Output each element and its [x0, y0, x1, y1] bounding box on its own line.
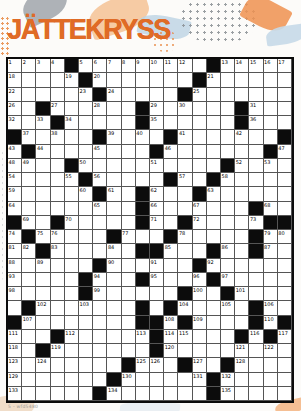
grid-cell[interactable]: [22, 116, 36, 130]
grid-cell[interactable]: [264, 259, 278, 273]
grid-cell[interactable]: 3: [36, 59, 50, 73]
grid-cell[interactable]: 92: [207, 259, 221, 273]
grid-cell[interactable]: [193, 102, 207, 116]
grid-cell[interactable]: [107, 173, 121, 187]
grid-cell[interactable]: [107, 159, 121, 173]
grid-cell[interactable]: [22, 202, 36, 216]
grid-cell[interactable]: [235, 88, 249, 102]
grid-cell[interactable]: 21: [207, 73, 221, 87]
grid-cell[interactable]: 73: [249, 216, 263, 230]
grid-cell[interactable]: [264, 387, 278, 401]
grid-cell[interactable]: 16: [264, 59, 278, 73]
grid-cell[interactable]: [178, 187, 192, 201]
grid-cell[interactable]: [65, 130, 79, 144]
grid-cell[interactable]: 49: [22, 159, 36, 173]
grid-cell[interactable]: 50: [79, 159, 93, 173]
grid-cell[interactable]: 79: [264, 230, 278, 244]
grid-cell[interactable]: [36, 187, 50, 201]
grid-cell[interactable]: 67: [193, 202, 207, 216]
grid-cell[interactable]: 33: [36, 116, 50, 130]
grid-cell[interactable]: [122, 187, 136, 201]
grid-cell[interactable]: [207, 159, 221, 173]
grid-cell[interactable]: 70: [65, 216, 79, 230]
grid-cell[interactable]: [122, 159, 136, 173]
grid-cell[interactable]: 68: [264, 202, 278, 216]
grid-cell[interactable]: [122, 216, 136, 230]
grid-cell[interactable]: [122, 259, 136, 273]
grid-cell[interactable]: 69: [22, 216, 36, 230]
grid-cell[interactable]: [264, 130, 278, 144]
grid-cell[interactable]: [36, 273, 50, 287]
grid-cell[interactable]: 116: [249, 330, 263, 344]
grid-cell[interactable]: [164, 287, 178, 301]
grid-cell[interactable]: [65, 202, 79, 216]
grid-cell[interactable]: [278, 373, 292, 387]
grid-cell[interactable]: 53: [264, 159, 278, 173]
grid-cell[interactable]: [65, 145, 79, 159]
grid-cell[interactable]: [36, 73, 50, 87]
grid-cell[interactable]: [122, 102, 136, 116]
grid-cell[interactable]: 10: [150, 59, 164, 73]
grid-cell[interactable]: [178, 373, 192, 387]
grid-cell[interactable]: [249, 387, 263, 401]
grid-cell[interactable]: 40: [136, 130, 150, 144]
grid-cell[interactable]: 58: [221, 173, 235, 187]
grid-cell[interactable]: [79, 316, 93, 330]
grid-cell[interactable]: 7: [107, 59, 121, 73]
grid-cell[interactable]: 55: [65, 173, 79, 187]
grid-cell[interactable]: [278, 73, 292, 87]
grid-cell[interactable]: [193, 244, 207, 258]
grid-cell[interactable]: [278, 102, 292, 116]
grid-cell[interactable]: [235, 373, 249, 387]
grid-cell[interactable]: [207, 102, 221, 116]
grid-cell[interactable]: 71: [150, 216, 164, 230]
grid-cell[interactable]: [51, 373, 65, 387]
grid-cell[interactable]: [93, 116, 107, 130]
grid-cell[interactable]: 72: [193, 216, 207, 230]
grid-cell[interactable]: [221, 230, 235, 244]
grid-cell[interactable]: [278, 387, 292, 401]
grid-cell[interactable]: [36, 316, 50, 330]
grid-cell[interactable]: [107, 358, 121, 372]
grid-cell[interactable]: [235, 316, 249, 330]
grid-cell[interactable]: [221, 116, 235, 130]
grid-cell[interactable]: [235, 187, 249, 201]
grid-cell[interactable]: 31: [249, 102, 263, 116]
grid-cell[interactable]: [79, 244, 93, 258]
grid-cell[interactable]: [93, 216, 107, 230]
grid-cell[interactable]: 76: [51, 230, 65, 244]
grid-cell[interactable]: [193, 159, 207, 173]
grid-cell[interactable]: 66: [150, 202, 164, 216]
grid-cell[interactable]: 99: [93, 287, 107, 301]
grid-cell[interactable]: 97: [221, 273, 235, 287]
grid-cell[interactable]: [122, 316, 136, 330]
grid-cell[interactable]: [221, 259, 235, 273]
grid-cell[interactable]: 48: [8, 159, 22, 173]
grid-cell[interactable]: [22, 102, 36, 116]
grid-cell[interactable]: [122, 287, 136, 301]
grid-cell[interactable]: [207, 202, 221, 216]
grid-cell[interactable]: [107, 273, 121, 287]
grid-cell[interactable]: 121: [235, 344, 249, 358]
grid-cell[interactable]: [207, 88, 221, 102]
grid-cell[interactable]: [207, 130, 221, 144]
grid-cell[interactable]: 47: [278, 145, 292, 159]
grid-cell[interactable]: [221, 145, 235, 159]
grid-cell[interactable]: [22, 88, 36, 102]
grid-cell[interactable]: [107, 301, 121, 315]
grid-cell[interactable]: [264, 287, 278, 301]
grid-cell[interactable]: 102: [36, 301, 50, 315]
grid-cell[interactable]: [107, 73, 121, 87]
grid-cell[interactable]: 13: [221, 59, 235, 73]
grid-cell[interactable]: [107, 287, 121, 301]
grid-cell[interactable]: [207, 301, 221, 315]
grid-cell[interactable]: [249, 358, 263, 372]
grid-cell[interactable]: 32: [8, 116, 22, 130]
grid-cell[interactable]: 94: [93, 273, 107, 287]
grid-cell[interactable]: 108: [164, 316, 178, 330]
grid-cell[interactable]: 128: [235, 358, 249, 372]
grid-cell[interactable]: [235, 73, 249, 87]
grid-cell[interactable]: 62: [150, 187, 164, 201]
grid-cell[interactable]: [164, 259, 178, 273]
grid-cell[interactable]: 109: [193, 316, 207, 330]
grid-cell[interactable]: [122, 344, 136, 358]
grid-cell[interactable]: [150, 173, 164, 187]
grid-cell[interactable]: 25: [193, 88, 207, 102]
grid-cell[interactable]: 134: [107, 387, 121, 401]
grid-cell[interactable]: [22, 344, 36, 358]
grid-cell[interactable]: [51, 145, 65, 159]
grid-cell[interactable]: [79, 330, 93, 344]
grid-cell[interactable]: [79, 344, 93, 358]
grid-cell[interactable]: [235, 173, 249, 187]
grid-cell[interactable]: 103: [79, 301, 93, 315]
grid-cell[interactable]: 51: [150, 159, 164, 173]
grid-cell[interactable]: [207, 344, 221, 358]
grid-cell[interactable]: 98: [8, 287, 22, 301]
grid-cell[interactable]: 41: [178, 130, 192, 144]
grid-cell[interactable]: [178, 159, 192, 173]
grid-cell[interactable]: [107, 216, 121, 230]
grid-cell[interactable]: 27: [51, 102, 65, 116]
grid-cell[interactable]: [136, 230, 150, 244]
grid-cell[interactable]: [178, 73, 192, 87]
grid-cell[interactable]: [122, 387, 136, 401]
grid-cell[interactable]: [136, 259, 150, 273]
grid-cell[interactable]: [264, 173, 278, 187]
grid-cell[interactable]: 22: [8, 88, 22, 102]
grid-cell[interactable]: 74: [8, 230, 22, 244]
grid-cell[interactable]: 80: [278, 230, 292, 244]
grid-cell[interactable]: [65, 358, 79, 372]
grid-cell[interactable]: [235, 202, 249, 216]
grid-cell[interactable]: 60: [79, 187, 93, 201]
grid-cell[interactable]: [221, 216, 235, 230]
grid-cell[interactable]: [136, 373, 150, 387]
grid-cell[interactable]: [136, 145, 150, 159]
grid-cell[interactable]: [164, 102, 178, 116]
grid-cell[interactable]: [164, 216, 178, 230]
grid-cell[interactable]: [178, 344, 192, 358]
grid-cell[interactable]: [278, 259, 292, 273]
grid-cell[interactable]: 114: [164, 330, 178, 344]
grid-cell[interactable]: 45: [93, 145, 107, 159]
grid-cell[interactable]: [150, 130, 164, 144]
grid-cell[interactable]: 120: [164, 344, 178, 358]
grid-cell[interactable]: 77: [122, 230, 136, 244]
grid-cell[interactable]: [164, 373, 178, 387]
grid-cell[interactable]: [51, 273, 65, 287]
grid-cell[interactable]: [264, 373, 278, 387]
grid-cell[interactable]: 59: [8, 187, 22, 201]
grid-cell[interactable]: [264, 187, 278, 201]
grid-cell[interactable]: [278, 287, 292, 301]
grid-cell[interactable]: 123: [8, 358, 22, 372]
grid-cell[interactable]: 35: [150, 116, 164, 130]
grid-cell[interactable]: [150, 73, 164, 87]
grid-cell[interactable]: [235, 273, 249, 287]
grid-cell[interactable]: [249, 187, 263, 201]
grid-cell[interactable]: 46: [164, 145, 178, 159]
grid-cell[interactable]: [136, 387, 150, 401]
grid-cell[interactable]: [178, 244, 192, 258]
grid-cell[interactable]: [8, 301, 22, 315]
grid-cell[interactable]: [51, 387, 65, 401]
grid-cell[interactable]: [193, 230, 207, 244]
grid-cell[interactable]: 126: [150, 358, 164, 372]
grid-cell[interactable]: [65, 230, 79, 244]
grid-cell[interactable]: [164, 116, 178, 130]
grid-cell[interactable]: 8: [122, 59, 136, 73]
grid-cell[interactable]: [264, 73, 278, 87]
grid-cell[interactable]: 61: [107, 187, 121, 201]
grid-cell[interactable]: 132: [221, 373, 235, 387]
grid-cell[interactable]: [22, 273, 36, 287]
grid-cell[interactable]: 88: [8, 259, 22, 273]
grid-cell[interactable]: [51, 187, 65, 201]
grid-cell[interactable]: [22, 358, 36, 372]
grid-cell[interactable]: [178, 387, 192, 401]
grid-cell[interactable]: 65: [93, 202, 107, 216]
grid-cell[interactable]: [51, 259, 65, 273]
grid-cell[interactable]: [107, 316, 121, 330]
grid-cell[interactable]: [193, 301, 207, 315]
grid-cell[interactable]: [65, 316, 79, 330]
grid-cell[interactable]: [264, 273, 278, 287]
grid-cell[interactable]: [79, 216, 93, 230]
grid-cell[interactable]: [164, 187, 178, 201]
grid-cell[interactable]: [79, 373, 93, 387]
grid-cell[interactable]: 85: [164, 244, 178, 258]
grid-cell[interactable]: 131: [193, 373, 207, 387]
grid-cell[interactable]: [150, 88, 164, 102]
grid-cell[interactable]: 19: [65, 73, 79, 87]
grid-cell[interactable]: [122, 130, 136, 144]
grid-cell[interactable]: [221, 130, 235, 144]
grid-cell[interactable]: [93, 373, 107, 387]
grid-cell[interactable]: [79, 102, 93, 116]
grid-cell[interactable]: 2: [22, 59, 36, 73]
grid-cell[interactable]: 95: [150, 273, 164, 287]
grid-cell[interactable]: [221, 73, 235, 87]
grid-cell[interactable]: [93, 344, 107, 358]
grid-cell[interactable]: [207, 116, 221, 130]
grid-cell[interactable]: 86: [221, 244, 235, 258]
grid-cell[interactable]: [207, 230, 221, 244]
grid-cell[interactable]: [207, 145, 221, 159]
grid-cell[interactable]: [22, 187, 36, 201]
grid-cell[interactable]: 89: [36, 259, 50, 273]
grid-cell[interactable]: 110: [264, 316, 278, 330]
grid-cell[interactable]: [36, 173, 50, 187]
grid-cell[interactable]: [107, 344, 121, 358]
grid-cell[interactable]: 30: [178, 102, 192, 116]
grid-cell[interactable]: [193, 130, 207, 144]
grid-cell[interactable]: 9: [136, 59, 150, 73]
grid-cell[interactable]: [193, 116, 207, 130]
grid-cell[interactable]: [278, 273, 292, 287]
grid-cell[interactable]: [122, 244, 136, 258]
grid-cell[interactable]: 129: [8, 373, 22, 387]
grid-cell[interactable]: [278, 88, 292, 102]
grid-cell[interactable]: [79, 145, 93, 159]
grid-cell[interactable]: 63: [207, 187, 221, 201]
grid-cell[interactable]: 34: [65, 116, 79, 130]
grid-cell[interactable]: [65, 287, 79, 301]
grid-cell[interactable]: 26: [8, 102, 22, 116]
grid-cell[interactable]: 42: [235, 130, 249, 144]
grid-cell[interactable]: [122, 273, 136, 287]
grid-cell[interactable]: 1: [8, 59, 22, 73]
grid-cell[interactable]: [264, 102, 278, 116]
grid-cell[interactable]: [65, 301, 79, 315]
grid-cell[interactable]: [164, 202, 178, 216]
grid-cell[interactable]: 106: [264, 301, 278, 315]
grid-cell[interactable]: [235, 216, 249, 230]
grid-cell[interactable]: [93, 301, 107, 315]
grid-cell[interactable]: [207, 316, 221, 330]
grid-cell[interactable]: 122: [264, 344, 278, 358]
grid-cell[interactable]: [150, 373, 164, 387]
grid-cell[interactable]: [51, 358, 65, 372]
grid-cell[interactable]: [164, 73, 178, 87]
grid-cell[interactable]: [150, 301, 164, 315]
grid-cell[interactable]: 18: [8, 73, 22, 87]
grid-cell[interactable]: 17: [278, 59, 292, 73]
grid-cell[interactable]: [22, 73, 36, 87]
grid-cell[interactable]: [65, 373, 79, 387]
grid-cell[interactable]: [122, 202, 136, 216]
grid-cell[interactable]: 29: [150, 102, 164, 116]
grid-cell[interactable]: [221, 202, 235, 216]
grid-cell[interactable]: [65, 102, 79, 116]
grid-cell[interactable]: [193, 330, 207, 344]
grid-cell[interactable]: [249, 344, 263, 358]
grid-cell[interactable]: 23: [79, 88, 93, 102]
grid-cell[interactable]: [193, 173, 207, 187]
grid-cell[interactable]: [278, 344, 292, 358]
grid-cell[interactable]: [178, 145, 192, 159]
grid-cell[interactable]: 112: [65, 330, 79, 344]
grid-cell[interactable]: 124: [36, 358, 50, 372]
grid-cell[interactable]: [36, 387, 50, 401]
grid-cell[interactable]: [136, 88, 150, 102]
grid-cell[interactable]: 39: [107, 130, 121, 144]
grid-cell[interactable]: [36, 330, 50, 344]
grid-cell[interactable]: [22, 330, 36, 344]
grid-cell[interactable]: 44: [36, 145, 50, 159]
grid-cell[interactable]: [164, 387, 178, 401]
grid-cell[interactable]: [164, 88, 178, 102]
grid-cell[interactable]: [221, 316, 235, 330]
grid-cell[interactable]: [278, 202, 292, 216]
grid-cell[interactable]: [207, 287, 221, 301]
grid-cell[interactable]: 90: [107, 259, 121, 273]
grid-cell[interactable]: [122, 116, 136, 130]
grid-cell[interactable]: [65, 244, 79, 258]
grid-cell[interactable]: [221, 102, 235, 116]
grid-cell[interactable]: [235, 387, 249, 401]
grid-cell[interactable]: [193, 387, 207, 401]
grid-cell[interactable]: [107, 330, 121, 344]
grid-cell[interactable]: 28: [93, 102, 107, 116]
grid-cell[interactable]: 24: [107, 88, 121, 102]
grid-cell[interactable]: [249, 73, 263, 87]
grid-cell[interactable]: 113: [136, 330, 150, 344]
grid-cell[interactable]: [51, 287, 65, 301]
grid-cell[interactable]: [207, 330, 221, 344]
grid-cell[interactable]: [207, 358, 221, 372]
grid-cell[interactable]: [93, 244, 107, 258]
grid-cell[interactable]: [221, 330, 235, 344]
grid-cell[interactable]: [150, 287, 164, 301]
grid-cell[interactable]: 117: [278, 330, 292, 344]
grid-cell[interactable]: 115: [178, 330, 192, 344]
grid-cell[interactable]: [235, 259, 249, 273]
grid-cell[interactable]: [235, 244, 249, 258]
grid-cell[interactable]: 105: [221, 301, 235, 315]
grid-cell[interactable]: 56: [93, 173, 107, 187]
grid-cell[interactable]: 133: [8, 387, 22, 401]
grid-cell[interactable]: 11: [164, 59, 178, 73]
grid-cell[interactable]: [278, 173, 292, 187]
grid-cell[interactable]: [221, 187, 235, 201]
grid-cell[interactable]: [235, 145, 249, 159]
grid-cell[interactable]: 4: [51, 59, 65, 73]
grid-cell[interactable]: [164, 159, 178, 173]
grid-cell[interactable]: [278, 116, 292, 130]
grid-cell[interactable]: [249, 273, 263, 287]
grid-cell[interactable]: 12: [178, 59, 192, 73]
grid-cell[interactable]: [51, 316, 65, 330]
grid-cell[interactable]: [221, 88, 235, 102]
grid-cell[interactable]: [235, 301, 249, 315]
grid-cell[interactable]: [193, 145, 207, 159]
grid-cell[interactable]: 84: [107, 244, 121, 258]
grid-cell[interactable]: 100: [193, 287, 207, 301]
grid-cell[interactable]: [22, 373, 36, 387]
grid-cell[interactable]: 14: [235, 59, 249, 73]
grid-cell[interactable]: [193, 344, 207, 358]
grid-cell[interactable]: [278, 358, 292, 372]
grid-cell[interactable]: 37: [22, 130, 36, 144]
grid-cell[interactable]: 91: [150, 259, 164, 273]
grid-cell[interactable]: [93, 230, 107, 244]
